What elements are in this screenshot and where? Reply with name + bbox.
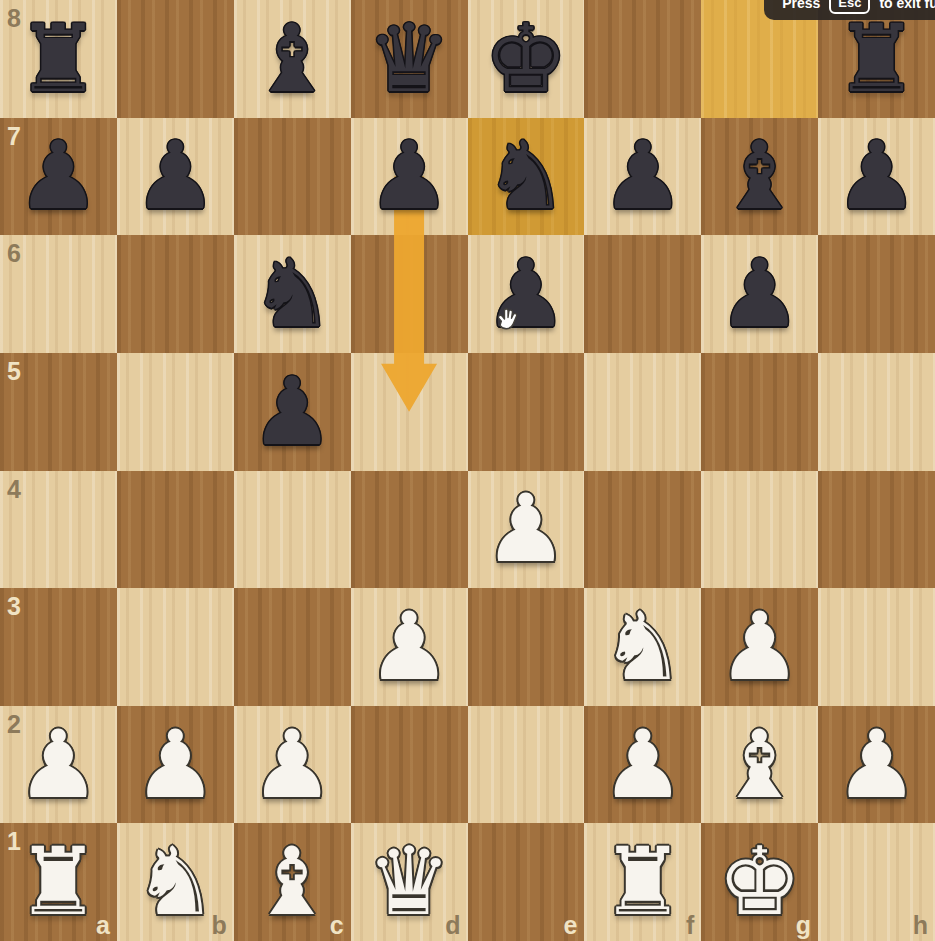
piece-black-pawn[interactable]: ♟ [234,353,351,471]
square-d6[interactable] [351,235,468,353]
square-a3[interactable]: 3 [0,588,117,706]
square-c3[interactable] [234,588,351,706]
square-d8[interactable]: ♛ [351,0,468,118]
square-c5[interactable]: ♟ [234,353,351,471]
piece-black-bishop[interactable]: ♝ [701,118,818,236]
square-f7[interactable]: ♟ [584,118,701,236]
square-h1[interactable]: h [818,823,935,941]
piece-white-queen[interactable]: ♛ [351,823,468,941]
square-b1[interactable]: b♞ [117,823,234,941]
square-c1[interactable]: c♝ [234,823,351,941]
chess-board[interactable]: 8♜♝♛♚♜7♟♟♟♞♟♝♟6♞♟♟5♟4♟3♟♞♟2♟♟♟♟♝♟1a♜b♞c♝… [0,0,935,941]
square-h4[interactable] [818,471,935,589]
square-e4[interactable]: ♟ [468,471,585,589]
square-a7[interactable]: 7♟ [0,118,117,236]
rank-label-4: 4 [7,475,21,504]
square-d1[interactable]: d♛ [351,823,468,941]
square-d2[interactable] [351,706,468,824]
square-g3[interactable]: ♟ [701,588,818,706]
square-h2[interactable]: ♟ [818,706,935,824]
square-e2[interactable] [468,706,585,824]
square-g2[interactable]: ♝ [701,706,818,824]
square-a5[interactable]: 5 [0,353,117,471]
file-label-e: e [563,911,577,940]
piece-black-pawn[interactable]: ♟ [584,118,701,236]
piece-black-pawn[interactable]: ♟ [468,235,585,353]
square-b4[interactable] [117,471,234,589]
square-f1[interactable]: f♜ [584,823,701,941]
square-g5[interactable] [701,353,818,471]
piece-white-bishop[interactable]: ♝ [701,706,818,824]
square-e8[interactable]: ♚ [468,0,585,118]
square-d4[interactable] [351,471,468,589]
piece-white-pawn[interactable]: ♟ [234,706,351,824]
piece-black-pawn[interactable]: ♟ [818,118,935,236]
square-a8[interactable]: 8♜ [0,0,117,118]
piece-white-pawn[interactable]: ♟ [0,706,117,824]
piece-white-pawn[interactable]: ♟ [584,706,701,824]
square-d5[interactable] [351,353,468,471]
piece-white-pawn[interactable]: ♟ [818,706,935,824]
piece-black-knight[interactable]: ♞ [234,235,351,353]
square-f8[interactable] [584,0,701,118]
square-e5[interactable] [468,353,585,471]
square-f6[interactable] [584,235,701,353]
rank-label-3: 3 [7,592,21,621]
piece-white-bishop[interactable]: ♝ [234,823,351,941]
square-a6[interactable]: 6 [0,235,117,353]
square-h6[interactable] [818,235,935,353]
square-c4[interactable] [234,471,351,589]
piece-white-knight[interactable]: ♞ [117,823,234,941]
square-c2[interactable]: ♟ [234,706,351,824]
square-e1[interactable]: e [468,823,585,941]
square-g4[interactable] [701,471,818,589]
square-a2[interactable]: 2♟ [0,706,117,824]
square-b3[interactable] [117,588,234,706]
piece-black-pawn[interactable]: ♟ [701,235,818,353]
piece-black-bishop[interactable]: ♝ [234,0,351,118]
square-e6[interactable]: ♟ [468,235,585,353]
toast-text-suffix: to exit full sc [879,0,935,13]
square-f2[interactable]: ♟ [584,706,701,824]
square-f4[interactable] [584,471,701,589]
fullscreen-toast: Press Esc to exit full sc [764,0,935,20]
square-b8[interactable] [117,0,234,118]
square-h7[interactable]: ♟ [818,118,935,236]
square-c7[interactable] [234,118,351,236]
square-e7[interactable]: ♞ [468,118,585,236]
square-d7[interactable]: ♟ [351,118,468,236]
square-g6[interactable]: ♟ [701,235,818,353]
piece-black-queen[interactable]: ♛ [351,0,468,118]
square-b5[interactable] [117,353,234,471]
piece-black-pawn[interactable]: ♟ [117,118,234,236]
piece-white-pawn[interactable]: ♟ [351,588,468,706]
square-e3[interactable] [468,588,585,706]
square-h5[interactable] [818,353,935,471]
rank-label-6: 6 [7,239,21,268]
piece-black-pawn[interactable]: ♟ [351,118,468,236]
square-d3[interactable]: ♟ [351,588,468,706]
piece-black-pawn[interactable]: ♟ [0,118,117,236]
square-b2[interactable]: ♟ [117,706,234,824]
square-h3[interactable] [818,588,935,706]
piece-white-king[interactable]: ♚ [701,823,818,941]
piece-white-pawn[interactable]: ♟ [701,588,818,706]
piece-white-rook[interactable]: ♜ [584,823,701,941]
square-g7[interactable]: ♝ [701,118,818,236]
piece-white-knight[interactable]: ♞ [584,588,701,706]
toast-text-prefix: Press [782,0,820,13]
square-g1[interactable]: g♚ [701,823,818,941]
piece-black-rook[interactable]: ♜ [0,0,117,118]
square-a4[interactable]: 4 [0,471,117,589]
file-label-h: h [913,911,928,940]
piece-white-pawn[interactable]: ♟ [468,471,585,589]
esc-keycap: Esc [829,0,870,14]
square-f5[interactable] [584,353,701,471]
piece-black-king[interactable]: ♚ [468,0,585,118]
rank-label-5: 5 [7,357,21,386]
square-b7[interactable]: ♟ [117,118,234,236]
square-b6[interactable] [117,235,234,353]
square-a1[interactable]: 1a♜ [0,823,117,941]
piece-black-knight[interactable]: ♞ [468,118,585,236]
square-c6[interactable]: ♞ [234,235,351,353]
square-c8[interactable]: ♝ [234,0,351,118]
square-f3[interactable]: ♞ [584,588,701,706]
piece-white-rook[interactable]: ♜ [0,823,117,941]
piece-white-pawn[interactable]: ♟ [117,706,234,824]
